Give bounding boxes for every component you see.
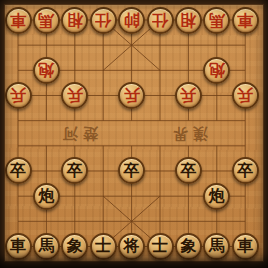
- piece-character: 炮: [38, 188, 54, 204]
- piece-black-soldier[interactable]: 卒: [5, 157, 32, 184]
- piece-character: 馬: [38, 238, 54, 254]
- piece-character: 馬: [38, 12, 54, 28]
- piece-character: 炮: [209, 188, 225, 204]
- piece-red-soldier[interactable]: 兵: [118, 82, 145, 109]
- piece-black-general[interactable]: 将: [118, 233, 145, 260]
- piece-character: 仕: [152, 12, 168, 28]
- piece-red-elephant[interactable]: 相: [61, 7, 88, 34]
- piece-red-cannon[interactable]: 炮: [203, 57, 230, 84]
- piece-red-cannon[interactable]: 炮: [33, 57, 60, 84]
- piece-red-horse[interactable]: 馬: [33, 7, 60, 34]
- piece-red-advisor[interactable]: 仕: [147, 7, 174, 34]
- piece-character: 相: [180, 12, 196, 28]
- piece-red-horse[interactable]: 馬: [203, 7, 230, 34]
- piece-character: 兵: [67, 87, 83, 103]
- piece-character: 卒: [10, 163, 26, 179]
- piece-red-soldier[interactable]: 兵: [175, 82, 202, 109]
- piece-character: 卒: [180, 163, 196, 179]
- piece-black-advisor[interactable]: 士: [147, 233, 174, 260]
- piece-character: 兵: [180, 87, 196, 103]
- piece-red-soldier[interactable]: 兵: [232, 82, 259, 109]
- piece-black-chariot[interactable]: 車: [5, 233, 32, 260]
- xiangqi-board: 楚河 漢界 車馬相仕帥仕相馬車炮炮兵兵兵兵兵卒卒卒卒卒炮炮車馬象士将士象馬車: [0, 0, 268, 268]
- piece-character: 兵: [10, 87, 26, 103]
- piece-black-chariot[interactable]: 車: [232, 233, 259, 260]
- piece-character: 馬: [209, 12, 225, 28]
- piece-character: 象: [67, 238, 83, 254]
- piece-character: 象: [180, 238, 196, 254]
- piece-character: 帥: [124, 12, 140, 28]
- piece-character: 炮: [38, 62, 54, 78]
- piece-red-chariot[interactable]: 車: [5, 7, 32, 34]
- piece-character: 仕: [95, 12, 111, 28]
- piece-character: 相: [67, 12, 83, 28]
- piece-character: 兵: [124, 87, 140, 103]
- piece-red-advisor[interactable]: 仕: [90, 7, 117, 34]
- piece-character: 車: [10, 238, 26, 254]
- piece-black-advisor[interactable]: 士: [90, 233, 117, 260]
- piece-black-cannon[interactable]: 炮: [33, 183, 60, 210]
- piece-red-general[interactable]: 帥: [118, 7, 145, 34]
- piece-character: 車: [237, 238, 253, 254]
- piece-red-chariot[interactable]: 車: [232, 7, 259, 34]
- piece-character: 兵: [237, 87, 253, 103]
- piece-character: 士: [152, 238, 168, 254]
- piece-red-soldier[interactable]: 兵: [5, 82, 32, 109]
- piece-character: 将: [124, 238, 140, 254]
- piece-character: 卒: [124, 163, 140, 179]
- piece-black-cannon[interactable]: 炮: [203, 183, 230, 210]
- board-grid-lines: [0, 0, 268, 268]
- piece-red-elephant[interactable]: 相: [175, 7, 202, 34]
- piece-character: 士: [95, 238, 111, 254]
- piece-character: 卒: [67, 163, 83, 179]
- piece-character: 車: [10, 12, 26, 28]
- piece-character: 車: [237, 12, 253, 28]
- piece-black-horse[interactable]: 馬: [33, 233, 60, 260]
- piece-black-elephant[interactable]: 象: [175, 233, 202, 260]
- piece-character: 炮: [209, 62, 225, 78]
- piece-character: 卒: [237, 163, 253, 179]
- piece-black-soldier[interactable]: 卒: [232, 157, 259, 184]
- piece-character: 馬: [209, 238, 225, 254]
